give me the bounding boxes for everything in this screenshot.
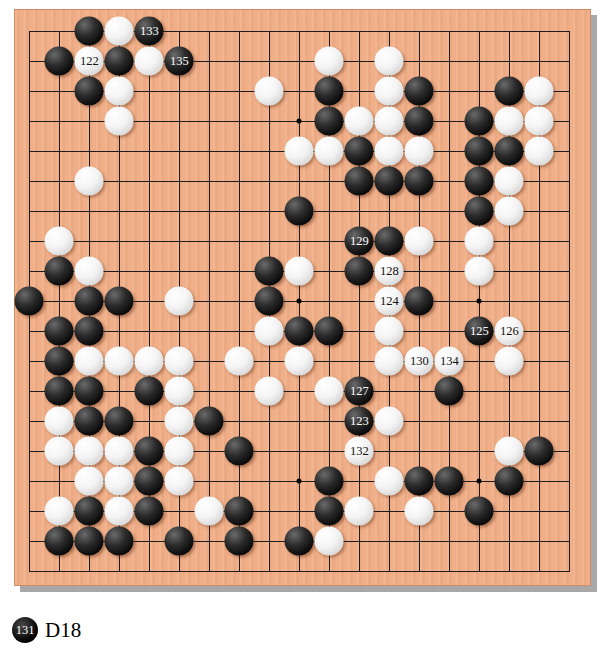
stone-black-D18 [105, 47, 134, 76]
grid-line-vertical [209, 31, 210, 572]
stone-black-C6 [75, 407, 104, 436]
stone-white-N17 [375, 77, 404, 106]
star-point [297, 479, 302, 484]
stone-black-P4 [435, 467, 464, 496]
stone-white-J9 [255, 317, 284, 346]
stone-white-F10 [165, 287, 194, 316]
stone-black-F18: 135 [165, 47, 194, 76]
stone-black-N12 [375, 227, 404, 256]
stone-black-M11 [345, 257, 374, 286]
stone-black-C7 [75, 377, 104, 406]
move-number-label: 127 [350, 385, 369, 398]
stone-white-D5 [105, 437, 134, 466]
move-number-label: 125 [470, 325, 489, 338]
stone-white-D8 [105, 347, 134, 376]
stone-black-J11 [255, 257, 284, 286]
stone-white-R9: 126 [495, 317, 524, 346]
stone-black-N14 [375, 167, 404, 196]
move-number-label: 135 [170, 55, 189, 68]
move-number-label: 134 [440, 355, 459, 368]
stone-white-L7 [315, 377, 344, 406]
stone-black-S5 [525, 437, 554, 466]
stone-black-L9 [315, 317, 344, 346]
stone-black-K13 [285, 197, 314, 226]
stone-white-D4 [105, 467, 134, 496]
stone-white-N11: 128 [375, 257, 404, 286]
move-number-label: 122 [80, 55, 99, 68]
stone-white-N16 [375, 107, 404, 136]
stone-black-M14 [345, 167, 374, 196]
caption: 131 D18 [12, 615, 81, 645]
stone-black-R17 [495, 77, 524, 106]
stone-black-L4 [315, 467, 344, 496]
stone-black-R15 [495, 137, 524, 166]
stone-black-F2 [165, 527, 194, 556]
stone-white-S15 [525, 137, 554, 166]
stone-white-S17 [525, 77, 554, 106]
stone-white-C18: 122 [75, 47, 104, 76]
stone-white-C5 [75, 437, 104, 466]
stone-white-Q12 [465, 227, 494, 256]
move-number-label: 133 [140, 25, 159, 38]
stone-white-O12 [405, 227, 434, 256]
stone-black-Q14 [465, 167, 494, 196]
stone-white-N8 [375, 347, 404, 376]
stone-white-L2 [315, 527, 344, 556]
stone-white-D16 [105, 107, 134, 136]
stone-black-E7 [135, 377, 164, 406]
stone-black-C9 [75, 317, 104, 346]
stone-black-Q15 [465, 137, 494, 166]
stone-black-Q13 [465, 197, 494, 226]
stone-black-B2 [45, 527, 74, 556]
stone-white-B3 [45, 497, 74, 526]
caption-move-stone: 131 [12, 617, 38, 643]
stone-black-H2 [225, 527, 254, 556]
grid-line-horizontal [29, 571, 570, 572]
stone-black-Q9: 125 [465, 317, 494, 346]
stone-white-M5: 132 [345, 437, 374, 466]
move-number-label: 126 [500, 325, 519, 338]
stone-white-O8: 130 [405, 347, 434, 376]
stone-white-F6 [165, 407, 194, 436]
stone-black-K9 [285, 317, 314, 346]
stone-white-Q11 [465, 257, 494, 286]
stone-white-R8 [495, 347, 524, 376]
stone-black-K2 [285, 527, 314, 556]
stone-white-N10: 124 [375, 287, 404, 316]
stone-white-B5 [45, 437, 74, 466]
stone-black-O10 [405, 287, 434, 316]
stone-black-M15 [345, 137, 374, 166]
stone-white-E8 [135, 347, 164, 376]
stone-black-E5 [135, 437, 164, 466]
stone-black-B11 [45, 257, 74, 286]
stone-black-O16 [405, 107, 434, 136]
stone-white-F8 [165, 347, 194, 376]
grid-line-vertical [59, 31, 60, 572]
caption-coordinate: D18 [45, 618, 81, 643]
caption-move-number: 131 [16, 623, 35, 638]
stone-black-O17 [405, 77, 434, 106]
stone-white-O3 [405, 497, 434, 526]
stone-white-P8: 134 [435, 347, 464, 376]
stone-white-K15 [285, 137, 314, 166]
stone-white-L15 [315, 137, 344, 166]
stone-white-N9 [375, 317, 404, 346]
stone-white-F4 [165, 467, 194, 496]
stone-white-G3 [195, 497, 224, 526]
stone-white-N15 [375, 137, 404, 166]
stone-black-H3 [225, 497, 254, 526]
stone-black-M6: 123 [345, 407, 374, 436]
stone-white-R14 [495, 167, 524, 196]
stone-white-R13 [495, 197, 524, 226]
stone-white-N4 [375, 467, 404, 496]
stone-white-D3 [105, 497, 134, 526]
stone-white-K8 [285, 347, 314, 376]
stone-black-G6 [195, 407, 224, 436]
stone-white-H8 [225, 347, 254, 376]
stone-white-N6 [375, 407, 404, 436]
move-number-label: 129 [350, 235, 369, 248]
stone-white-F5 [165, 437, 194, 466]
go-board: 133122135129128124125126130134127123132 [14, 9, 591, 586]
stone-black-B9 [45, 317, 74, 346]
stone-black-C10 [75, 287, 104, 316]
grid-line-vertical [569, 31, 570, 572]
stone-black-C2 [75, 527, 104, 556]
stone-white-F7 [165, 377, 194, 406]
stone-black-D6 [105, 407, 134, 436]
stone-black-Q3 [465, 497, 494, 526]
stone-black-B18 [45, 47, 74, 76]
stone-white-L18 [315, 47, 344, 76]
stone-white-B12 [45, 227, 74, 256]
stone-white-M3 [345, 497, 374, 526]
stone-black-O4 [405, 467, 434, 496]
stone-white-R5 [495, 437, 524, 466]
move-number-label: 128 [380, 265, 399, 278]
stone-white-E18 [135, 47, 164, 76]
stone-black-C17 [75, 77, 104, 106]
stone-white-C14 [75, 167, 104, 196]
star-point [477, 479, 482, 484]
stone-black-D2 [105, 527, 134, 556]
stone-black-C19 [75, 17, 104, 46]
stone-white-J7 [255, 377, 284, 406]
grid-line-vertical [239, 31, 240, 572]
stone-black-A10 [15, 287, 44, 316]
stone-black-H5 [225, 437, 254, 466]
stone-black-E19: 133 [135, 17, 164, 46]
stone-black-L17 [315, 77, 344, 106]
stone-white-D19 [105, 17, 134, 46]
stone-white-O15 [405, 137, 434, 166]
stone-white-S16 [525, 107, 554, 136]
star-point [297, 299, 302, 304]
stone-white-C8 [75, 347, 104, 376]
stone-white-N18 [375, 47, 404, 76]
stone-black-E4 [135, 467, 164, 496]
move-number-label: 124 [380, 295, 399, 308]
stone-black-J10 [255, 287, 284, 316]
stone-white-C4 [75, 467, 104, 496]
move-number-label: 123 [350, 415, 369, 428]
stone-white-C11 [75, 257, 104, 286]
stone-black-O14 [405, 167, 434, 196]
stone-black-Q16 [465, 107, 494, 136]
grid-line-horizontal [29, 391, 570, 392]
move-number-label: 130 [410, 355, 429, 368]
go-diagram: 133122135129128124125126130134127123132 … [0, 0, 600, 659]
stone-black-M7: 127 [345, 377, 374, 406]
star-point [477, 299, 482, 304]
stone-black-B8 [45, 347, 74, 376]
stone-black-L16 [315, 107, 344, 136]
stone-white-M16 [345, 107, 374, 136]
star-point [297, 119, 302, 124]
stone-white-R16 [495, 107, 524, 136]
stone-black-M12: 129 [345, 227, 374, 256]
stone-white-D17 [105, 77, 134, 106]
stone-black-B7 [45, 377, 74, 406]
stone-black-D10 [105, 287, 134, 316]
stone-white-K11 [285, 257, 314, 286]
stone-black-R4 [495, 467, 524, 496]
stone-black-L3 [315, 497, 344, 526]
stone-black-E3 [135, 497, 164, 526]
stone-black-C3 [75, 497, 104, 526]
stone-black-P7 [435, 377, 464, 406]
move-number-label: 132 [350, 445, 369, 458]
stone-white-B6 [45, 407, 74, 436]
stone-white-J17 [255, 77, 284, 106]
